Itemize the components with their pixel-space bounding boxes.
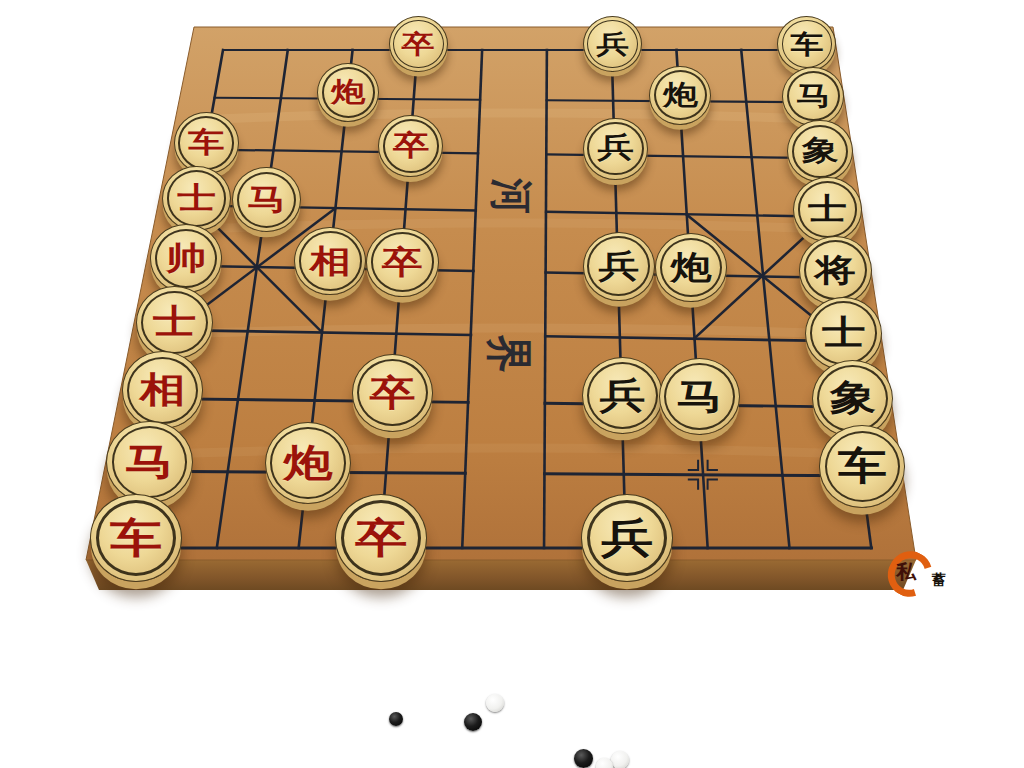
piece-red-soldier-r4f3[interactable]: 卒 [378,115,443,177]
piece-red-cannon-r3f8[interactable]: 炮 [265,422,351,504]
piece-character: 士 [177,184,216,214]
piece-black-cannon-r8f2[interactable]: 炮 [649,66,711,125]
piece-character: 卒 [382,246,423,278]
go-stone-black-2[interactable] [464,713,482,731]
piece-red-soldier-r4f1[interactable]: 卒 [389,16,448,72]
piece-character: 马 [796,83,831,110]
piece-red-soldier-r4f5[interactable]: 卒 [366,228,439,297]
go-stone-black-3[interactable] [574,749,593,768]
watermark-main-char: 私 [896,559,916,585]
piece-character: 炮 [331,79,366,106]
piece-red-general-r1f5[interactable]: 帅 [150,224,222,293]
piece-character: 车 [110,518,162,559]
piece-red-chariot-r1f9[interactable]: 车 [90,494,182,581]
go-scene [0,590,1024,768]
piece-character: 相 [310,245,351,277]
piece-black-advisor-r10f4[interactable]: 士 [793,177,862,243]
piece-character: 马 [247,185,286,215]
piece-character: 兵 [597,134,634,163]
piece-character: 兵 [598,250,639,282]
piece-character: 士 [153,305,196,339]
piece-black-horse-r10f2[interactable]: 马 [782,67,844,126]
piece-red-soldier-r4f9[interactable]: 卒 [335,494,427,581]
piece-red-advisor-r1f6[interactable]: 士 [136,286,213,359]
piece-red-soldier-r4f7[interactable]: 卒 [352,354,433,431]
piece-character: 兵 [600,378,646,414]
watermark-logo: 私 蓄 [884,549,968,595]
piece-red-cannon-r3f2[interactable]: 炮 [317,63,379,122]
piece-character: 炮 [663,82,698,109]
piece-black-soldier-r7f9[interactable]: 兵 [581,494,673,581]
piece-black-advisor-r10f6[interactable]: 士 [805,297,882,370]
piece-character: 车 [790,31,823,57]
piece-black-cannon-r8f5[interactable]: 炮 [655,233,728,302]
piece-character: 象 [830,380,876,416]
piece-character: 士 [822,316,865,350]
piece-character: 车 [188,129,225,158]
go-stone-black-6[interactable] [389,712,403,726]
piece-character: 卒 [369,375,415,411]
piece-black-soldier-r7f1[interactable]: 兵 [583,16,642,72]
go-stone-white-5[interactable] [596,758,613,768]
piece-black-soldier-r7f3[interactable]: 兵 [583,118,648,180]
piece-black-chariot-r10f8[interactable]: 车 [819,425,906,507]
piece-character: 卒 [393,132,430,161]
watermark-side-char: 蓄 [932,571,946,589]
piece-character: 卒 [402,31,435,57]
piece-character: 兵 [601,518,653,559]
piece-character: 兵 [596,31,629,57]
piece-character: 将 [815,254,856,286]
piece-character: 车 [838,448,887,486]
xiangqi-scene: 河界车士帅士相马车马炮相炮卒卒卒卒卒兵兵兵兵兵炮炮马车马象士将士象车 私 蓄 [0,0,1024,600]
piece-character: 象 [802,137,839,166]
piece-black-soldier-r7f5[interactable]: 兵 [583,232,656,301]
go-stone-white-1[interactable] [486,694,504,712]
go-stone-white-4[interactable] [611,751,629,768]
piece-character: 士 [808,195,847,225]
piece-black-general-r10f5[interactable]: 将 [799,236,872,305]
piece-character: 马 [676,379,722,415]
piece-red-elephant-r1f7[interactable]: 相 [122,351,203,428]
board-front-edge [86,560,916,590]
piece-black-elephant-r10f3[interactable]: 象 [787,120,852,182]
piece-character: 炮 [283,444,332,482]
piece-red-horse-r1f8[interactable]: 马 [106,421,192,503]
piece-character: 帅 [165,242,206,274]
piece-red-horse-r2f4[interactable]: 马 [232,167,301,232]
piece-red-chariot-r1f3[interactable]: 车 [174,112,239,174]
piece-character: 相 [139,372,185,408]
piece-character: 炮 [670,252,711,284]
piece-black-horse-r8f7[interactable]: 马 [659,358,741,436]
piece-red-advisor-r1f4[interactable]: 士 [162,166,231,231]
piece-character: 马 [125,443,174,481]
stage: 河界车士帅士相马车马炮相炮卒卒卒卒卒兵兵兵兵兵炮炮马车马象士将士象车 私 蓄 [0,0,1024,768]
piece-character: 卒 [355,518,407,559]
